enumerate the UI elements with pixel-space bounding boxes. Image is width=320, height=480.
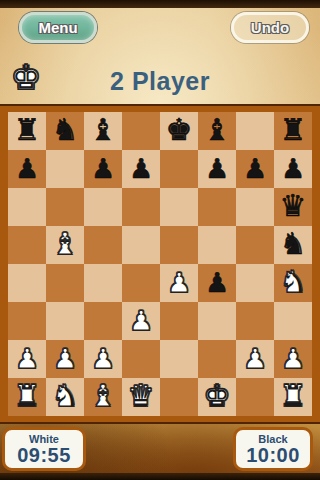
square-c3[interactable]: [84, 302, 122, 340]
square-a1[interactable]: ♜: [8, 378, 46, 416]
square-b7[interactable]: [46, 150, 84, 188]
square-e3[interactable]: [160, 302, 198, 340]
square-e6[interactable]: [160, 188, 198, 226]
square-e4[interactable]: ♟: [160, 264, 198, 302]
piece-black-knight: ♞: [280, 229, 307, 259]
piece-white-pawn: ♟: [15, 345, 39, 372]
menu-button[interactable]: Menu: [19, 12, 97, 43]
piece-white-pawn: ♟: [91, 345, 115, 372]
square-f3[interactable]: [198, 302, 236, 340]
square-f2[interactable]: [198, 340, 236, 378]
undo-button[interactable]: Undo: [231, 12, 309, 43]
square-f7[interactable]: ♟: [198, 150, 236, 188]
square-d2[interactable]: [122, 340, 160, 378]
square-g2[interactable]: ♟: [236, 340, 274, 378]
piece-black-pawn: ♟: [205, 155, 229, 182]
square-f4[interactable]: ♟: [198, 264, 236, 302]
square-c8[interactable]: ♝: [84, 112, 122, 150]
square-g7[interactable]: ♟: [236, 150, 274, 188]
square-a3[interactable]: [8, 302, 46, 340]
piece-white-knight: ♞: [52, 381, 79, 411]
bottom-border-strip: [0, 473, 320, 480]
square-a5[interactable]: [8, 226, 46, 264]
square-e8[interactable]: ♚: [160, 112, 198, 150]
piece-white-rook: ♜: [280, 381, 307, 411]
square-f5[interactable]: [198, 226, 236, 264]
piece-black-rook: ♜: [14, 115, 41, 145]
piece-black-pawn: ♟: [243, 155, 267, 182]
square-a8[interactable]: ♜: [8, 112, 46, 150]
square-f1[interactable]: ♚: [198, 378, 236, 416]
square-c5[interactable]: [84, 226, 122, 264]
app-screen: Menu Undo ♚ 2 Player ♜♞♝♚♝♜♟♟♟♟♟♟♛♝♞♟♟♞♟…: [0, 0, 320, 480]
square-g5[interactable]: [236, 226, 274, 264]
square-a7[interactable]: ♟: [8, 150, 46, 188]
square-e2[interactable]: [160, 340, 198, 378]
chess-board-frame: ♜♞♝♚♝♜♟♟♟♟♟♟♛♝♞♟♟♞♟♟♟♟♟♟♜♞♝♛♚♜: [0, 106, 320, 422]
square-h1[interactable]: ♜: [274, 378, 312, 416]
square-c2[interactable]: ♟: [84, 340, 122, 378]
square-b2[interactable]: ♟: [46, 340, 84, 378]
square-b3[interactable]: [46, 302, 84, 340]
piece-white-rook: ♜: [14, 381, 41, 411]
square-d3[interactable]: ♟: [122, 302, 160, 340]
white-clock: White 09:55: [2, 427, 86, 471]
square-f8[interactable]: ♝: [198, 112, 236, 150]
square-a2[interactable]: ♟: [8, 340, 46, 378]
square-h5[interactable]: ♞: [274, 226, 312, 264]
square-d6[interactable]: [122, 188, 160, 226]
square-g3[interactable]: [236, 302, 274, 340]
undo-button-label: Undo: [251, 19, 289, 36]
piece-black-bishop: ♝: [204, 115, 231, 145]
piece-white-pawn: ♟: [167, 269, 191, 296]
square-g6[interactable]: [236, 188, 274, 226]
square-b5[interactable]: ♝: [46, 226, 84, 264]
menu-button-label: Menu: [38, 19, 77, 36]
square-e7[interactable]: [160, 150, 198, 188]
square-h3[interactable]: [274, 302, 312, 340]
piece-black-pawn: ♟: [129, 155, 153, 182]
square-a6[interactable]: [8, 188, 46, 226]
piece-black-queen: ♛: [280, 191, 307, 221]
piece-black-pawn: ♟: [91, 155, 115, 182]
square-e5[interactable]: [160, 226, 198, 264]
square-b1[interactable]: ♞: [46, 378, 84, 416]
square-d8[interactable]: [122, 112, 160, 150]
top-border-strip: [0, 0, 320, 8]
square-d5[interactable]: [122, 226, 160, 264]
square-g4[interactable]: [236, 264, 274, 302]
black-clock: Black 10:00: [233, 427, 313, 471]
white-clock-time: 09:55: [5, 445, 83, 466]
square-f6[interactable]: [198, 188, 236, 226]
piece-white-king: ♚: [204, 381, 231, 411]
piece-white-queen: ♛: [128, 381, 155, 411]
piece-black-rook: ♜: [280, 115, 307, 145]
piece-white-bishop: ♝: [90, 381, 117, 411]
square-h4[interactable]: ♞: [274, 264, 312, 302]
square-g1[interactable]: [236, 378, 274, 416]
square-c1[interactable]: ♝: [84, 378, 122, 416]
square-c7[interactable]: ♟: [84, 150, 122, 188]
square-h7[interactable]: ♟: [274, 150, 312, 188]
piece-white-knight: ♞: [280, 267, 307, 297]
piece-black-pawn: ♟: [205, 269, 229, 296]
square-c4[interactable]: [84, 264, 122, 302]
square-d4[interactable]: [122, 264, 160, 302]
piece-white-pawn: ♟: [281, 345, 305, 372]
piece-black-king: ♚: [166, 115, 193, 145]
piece-black-pawn: ♟: [281, 155, 305, 182]
piece-white-pawn: ♟: [243, 345, 267, 372]
square-h8[interactable]: ♜: [274, 112, 312, 150]
square-c6[interactable]: [84, 188, 122, 226]
square-d1[interactable]: ♛: [122, 378, 160, 416]
page-title: 2 Player: [0, 67, 320, 96]
square-b8[interactable]: ♞: [46, 112, 84, 150]
piece-black-bishop: ♝: [90, 115, 117, 145]
black-clock-time: 10:00: [236, 445, 310, 466]
piece-white-pawn: ♟: [53, 345, 77, 372]
square-h2[interactable]: ♟: [274, 340, 312, 378]
piece-white-pawn: ♟: [129, 307, 153, 334]
square-b6[interactable]: [46, 188, 84, 226]
square-h6[interactable]: ♛: [274, 188, 312, 226]
chess-board: ♜♞♝♚♝♜♟♟♟♟♟♟♛♝♞♟♟♞♟♟♟♟♟♟♜♞♝♛♚♜: [8, 112, 312, 416]
square-e1[interactable]: [160, 378, 198, 416]
piece-white-bishop: ♝: [52, 229, 79, 259]
square-g8[interactable]: [236, 112, 274, 150]
square-a4[interactable]: [8, 264, 46, 302]
piece-black-knight: ♞: [52, 115, 79, 145]
piece-black-pawn: ♟: [15, 155, 39, 182]
square-b4[interactable]: [46, 264, 84, 302]
square-d7[interactable]: ♟: [122, 150, 160, 188]
